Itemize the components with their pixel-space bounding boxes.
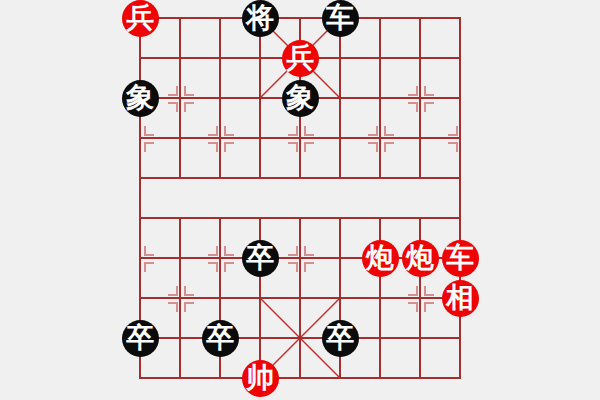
board-grid-line [219, 17, 221, 179]
point-marker [424, 86, 434, 96]
piece-red-chariot[interactable]: 车 [442, 240, 479, 277]
point-marker [384, 142, 394, 152]
point-marker [288, 262, 298, 272]
board-grid-line [339, 17, 341, 179]
point-marker [368, 142, 378, 152]
point-marker [168, 286, 178, 296]
point-marker [408, 286, 418, 296]
point-marker [304, 142, 314, 152]
point-marker [144, 142, 154, 152]
point-marker [408, 102, 418, 112]
point-marker [288, 142, 298, 152]
point-marker [224, 262, 234, 272]
piece-black-elephant[interactable]: 象 [122, 80, 159, 117]
point-marker [408, 302, 418, 312]
point-marker [208, 262, 218, 272]
point-marker [224, 142, 234, 152]
point-marker [184, 286, 194, 296]
point-marker [144, 262, 154, 272]
point-marker [448, 142, 458, 152]
point-marker [304, 246, 314, 256]
point-marker [144, 126, 154, 136]
piece-black-soldier[interactable]: 卒 [122, 320, 159, 357]
point-marker [208, 142, 218, 152]
point-marker [144, 246, 154, 256]
point-marker [224, 126, 234, 136]
point-marker [184, 102, 194, 112]
point-marker [448, 126, 458, 136]
point-marker [424, 102, 434, 112]
point-marker [168, 102, 178, 112]
piece-black-soldier[interactable]: 卒 [322, 320, 359, 357]
point-marker [424, 302, 434, 312]
board-grid-line [419, 17, 421, 179]
point-marker [168, 302, 178, 312]
piece-black-chariot[interactable]: 车 [322, 0, 359, 37]
point-marker [424, 286, 434, 296]
piece-red-general[interactable]: 帅 [242, 360, 279, 397]
piece-red-soldier[interactable]: 兵 [282, 40, 319, 77]
point-marker [408, 86, 418, 96]
piece-black-general[interactable]: 将 [242, 0, 279, 37]
point-marker [184, 86, 194, 96]
xiangqi-diagram: 兵将车兵象象卒炮炮车相卒卒卒帅 [0, 0, 600, 400]
board-grid-line [259, 17, 261, 179]
piece-black-soldier[interactable]: 卒 [202, 320, 239, 357]
board-grid-line [299, 217, 301, 379]
board-grid-line [459, 17, 461, 379]
board-grid-line [179, 17, 181, 179]
piece-black-soldier[interactable]: 卒 [242, 240, 279, 277]
point-marker [304, 262, 314, 272]
point-marker [168, 86, 178, 96]
xiangqi-board[interactable]: 兵将车兵象象卒炮炮车相卒卒卒帅 [140, 18, 460, 378]
point-marker [184, 302, 194, 312]
point-marker [288, 246, 298, 256]
piece-red-elephant[interactable]: 相 [442, 280, 479, 317]
board-grid-line [379, 17, 381, 179]
point-marker [288, 126, 298, 136]
piece-red-cannon[interactable]: 炮 [402, 240, 439, 277]
point-marker [384, 126, 394, 136]
piece-black-elephant[interactable]: 象 [282, 80, 319, 117]
board-grid-line [179, 217, 181, 379]
piece-red-soldier[interactable]: 兵 [122, 0, 159, 37]
point-marker [368, 126, 378, 136]
point-marker [224, 246, 234, 256]
point-marker [304, 126, 314, 136]
piece-red-cannon[interactable]: 炮 [362, 240, 399, 277]
point-marker [208, 126, 218, 136]
point-marker [208, 246, 218, 256]
